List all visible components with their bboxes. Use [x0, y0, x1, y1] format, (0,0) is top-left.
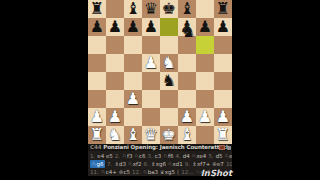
move-token[interactable]: ♗xg6 ♘xd1 [151, 160, 183, 168]
white-queen[interactable]: ♛ [142, 126, 160, 144]
square-b2[interactable]: ♟ [106, 108, 124, 126]
move-number: 12. [132, 168, 141, 176]
square-c3[interactable]: ♟ [124, 90, 142, 108]
square-d6[interactable] [142, 36, 160, 54]
square-a4[interactable] [88, 72, 106, 90]
square-g1[interactable] [196, 126, 214, 144]
square-e5[interactable]: ♞ [160, 54, 178, 72]
move-token[interactable]: ♘f3 ♘c6 [122, 152, 146, 160]
square-e7[interactable] [160, 18, 178, 36]
move-number: 1. [90, 152, 95, 160]
move-token[interactable]: ♗xf7+ ♔e7 [192, 160, 224, 168]
square-c7[interactable]: ♟ [124, 18, 142, 36]
square-f3[interactable] [178, 90, 196, 108]
square-a8[interactable]: ♜ [88, 0, 106, 18]
black-knight[interactable]: ♞ [160, 72, 178, 90]
opening-name: Ponziani Opening: Jaenisch Counterattack [103, 144, 229, 151]
square-d7[interactable]: ♟ [142, 18, 160, 36]
square-g3[interactable] [196, 90, 214, 108]
black-pawn[interactable]: ♟ [106, 18, 124, 36]
square-a7[interactable]: ♟ [88, 18, 106, 36]
square-h5[interactable] [214, 54, 232, 72]
white-rook[interactable]: ♜ [214, 126, 232, 144]
move-line: ♘g67.♗d3 ♘xf28.♗xg6 ♘xd19.♗xf7+ ♔e710.♗g… [90, 160, 230, 168]
square-h6[interactable] [214, 36, 232, 54]
black-bishop[interactable]: ♝ [178, 0, 196, 18]
black-knight-animating[interactable]: ♞ [179, 23, 197, 41]
square-a2[interactable]: ♟ [88, 108, 106, 126]
square-d8[interactable]: ♛ [142, 0, 160, 18]
move-number: 4. [175, 152, 180, 160]
square-e8[interactable]: ♚ [160, 0, 178, 18]
black-pawn[interactable]: ♟ [124, 18, 142, 36]
square-g8[interactable] [196, 0, 214, 18]
white-pawn[interactable]: ♟ [142, 54, 160, 72]
black-pawn[interactable]: ♟ [88, 18, 106, 36]
square-b1[interactable]: ♞ [106, 126, 124, 144]
move-number: 12... [181, 168, 193, 176]
move-number: 7. [107, 160, 112, 168]
square-a5[interactable] [88, 54, 106, 72]
eco-code: C44 [90, 144, 102, 151]
square-b5[interactable] [106, 54, 124, 72]
white-king[interactable]: ♚ [160, 126, 178, 144]
square-e2[interactable] [160, 108, 178, 126]
black-rook[interactable]: ♜ [214, 0, 232, 18]
square-b6[interactable] [106, 36, 124, 54]
white-pawn[interactable]: ♟ [178, 108, 196, 126]
square-a3[interactable] [88, 90, 106, 108]
square-f4[interactable] [178, 72, 196, 90]
chess-board[interactable]: ♜♝♛♚♝♜♟♟♟♟♟♟♟♟♞♞♟♟♟♟♟♟♜♞♝♛♚♝♜♞ [88, 0, 232, 144]
square-e6[interactable] [160, 36, 178, 54]
square-h8[interactable]: ♜ [214, 0, 232, 18]
inshot-watermark: InShot [201, 168, 232, 178]
square-d5[interactable]: ♟ [142, 54, 160, 72]
move-token[interactable]: ♗d3 ♘xf2 [114, 160, 141, 168]
square-g4[interactable] [196, 72, 214, 90]
move-number: 5. [208, 152, 213, 160]
move-token[interactable]: d4 ♘xe4 [183, 152, 207, 160]
move-number: 10. [226, 160, 232, 168]
square-h4[interactable] [214, 72, 232, 90]
square-f2[interactable]: ♟ [178, 108, 196, 126]
move-line: 1.e4 e52.♘f3 ♘c63.c3 ♘f64.d4 ♘xe45.d5 ♘e… [90, 152, 230, 160]
square-d4[interactable] [142, 72, 160, 90]
move-number: 11. [90, 168, 99, 176]
square-d2[interactable] [142, 108, 160, 126]
square-b4[interactable] [106, 72, 124, 90]
move-token[interactable]: ♘c4+ ♔c5 [101, 168, 130, 176]
square-e4[interactable]: ♞ [160, 72, 178, 90]
square-f5[interactable] [178, 54, 196, 72]
square-b7[interactable]: ♟ [106, 18, 124, 36]
move-number: 2. [115, 152, 120, 160]
white-pawn[interactable]: ♟ [124, 90, 142, 108]
square-f8[interactable]: ♝ [178, 0, 196, 18]
move-token[interactable]: c3 ♘f6 [155, 152, 174, 160]
white-bishop[interactable]: ♝ [124, 126, 142, 144]
square-a6[interactable] [88, 36, 106, 54]
white-pawn[interactable]: ♟ [214, 108, 232, 126]
square-a1[interactable]: ♜ [88, 126, 106, 144]
black-pawn[interactable]: ♟ [214, 18, 232, 36]
square-c8[interactable]: ♝ [124, 0, 142, 18]
content-column: ♜♝♛♚♝♜♟♟♟♟♟♟♟♟♞♞♟♟♟♟♟♟♜♞♝♛♚♝♜♞ C44 Ponzi… [88, 0, 232, 180]
square-g2[interactable]: ♟ [196, 108, 214, 126]
caption-icons [219, 145, 231, 150]
square-e1[interactable]: ♚ [160, 126, 178, 144]
square-c1[interactable]: ♝ [124, 126, 142, 144]
square-f1[interactable]: ♝ [178, 126, 196, 144]
white-pawn[interactable]: ♟ [106, 108, 124, 126]
square-c4[interactable] [124, 72, 142, 90]
square-b3[interactable] [106, 90, 124, 108]
white-pawn[interactable]: ♟ [196, 108, 214, 126]
video-frame: ♜♝♛♚♝♜♟♟♟♟♟♟♟♟♞♞♟♟♟♟♟♟♜♞♝♛♚♝♜♞ C44 Ponzi… [0, 0, 320, 180]
book-icon[interactable] [219, 145, 225, 150]
current-move[interactable]: ♘g6 [90, 160, 105, 168]
move-number: 9. [185, 160, 190, 168]
square-g5[interactable] [196, 54, 214, 72]
square-h2[interactable]: ♟ [214, 108, 232, 126]
move-number: 3. [148, 152, 153, 160]
square-c2[interactable] [124, 108, 142, 126]
square-c5[interactable] [124, 54, 142, 72]
white-pawn[interactable]: ♟ [88, 108, 106, 126]
move-token[interactable]: ( [177, 168, 179, 176]
square-g6[interactable] [196, 36, 214, 54]
square-d3[interactable] [142, 90, 160, 108]
move-token[interactable]: e4 e5 [97, 152, 113, 160]
square-d1[interactable]: ♛ [142, 126, 160, 144]
black-pawn[interactable]: ♟ [196, 18, 214, 36]
white-bishop[interactable]: ♝ [178, 126, 196, 144]
white-knight[interactable]: ♞ [106, 126, 124, 144]
black-queen[interactable]: ♛ [142, 0, 160, 18]
move-token[interactable]: d5 ♘e7 [216, 152, 232, 160]
opening-name-bar: C44 Ponziani Opening: Jaenisch Counterat… [88, 144, 232, 151]
move-token[interactable]: ♘ba3 ♕xg5 [143, 168, 175, 176]
white-knight[interactable]: ♞ [160, 54, 178, 72]
square-b8[interactable] [106, 0, 124, 18]
square-c6[interactable] [124, 36, 142, 54]
square-g7[interactable]: ♟ [196, 18, 214, 36]
move-number: 8. [143, 160, 148, 168]
black-king[interactable]: ♚ [160, 0, 178, 18]
copy-icon[interactable] [227, 146, 231, 150]
square-e3[interactable] [160, 90, 178, 108]
black-bishop[interactable]: ♝ [124, 0, 142, 18]
black-rook[interactable]: ♜ [88, 0, 106, 18]
square-h7[interactable]: ♟ [214, 18, 232, 36]
black-pawn[interactable]: ♟ [142, 18, 160, 36]
white-rook[interactable]: ♜ [88, 126, 106, 144]
square-h1[interactable]: ♜ [214, 126, 232, 144]
square-h3[interactable] [214, 90, 232, 108]
